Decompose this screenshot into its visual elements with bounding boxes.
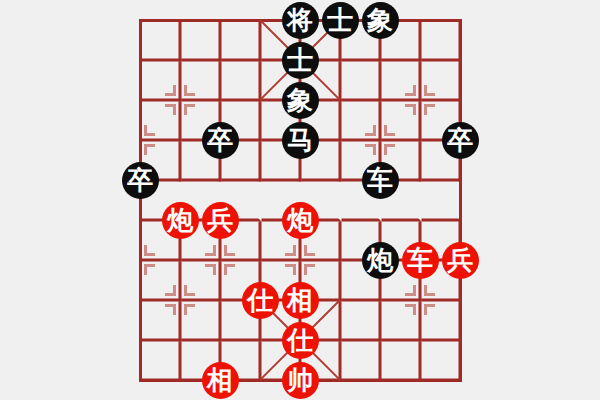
cannon-point-marker [184, 85, 195, 96]
black-pawn-glyph: 卒 [207, 122, 233, 159]
red-elephant[interactable]: 相 [282, 282, 319, 319]
pawn-point-marker [144, 144, 155, 155]
cannon-point-marker [165, 104, 176, 115]
pawn-point-marker [304, 264, 315, 275]
black-pawn[interactable]: 卒 [442, 122, 479, 159]
red-advisor[interactable]: 仕 [282, 322, 319, 359]
black-advisor-glyph: 士 [287, 42, 313, 79]
red-pawn[interactable]: 兵 [202, 202, 239, 239]
cannon-point-marker [405, 285, 416, 296]
red-advisor[interactable]: 仕 [242, 282, 279, 319]
black-elephant-glyph: 象 [287, 82, 313, 119]
pawn-point-marker [144, 264, 155, 275]
black-advisor[interactable]: 士 [282, 42, 319, 79]
xiangqi-board-screenshot: 将士象士象马卒卒卒车炮炮兵炮车兵仕相仕相帅 [0, 0, 600, 400]
board-cell [222, 62, 262, 102]
board-cell [182, 22, 222, 62]
pawn-point-marker [384, 125, 395, 136]
cannon-point-marker [165, 285, 176, 296]
board-cell [382, 342, 422, 382]
cannon-point-marker [405, 104, 416, 115]
black-pawn-glyph: 卒 [127, 162, 153, 199]
board-cell [422, 342, 462, 382]
board-cell [422, 182, 462, 222]
board-cell [422, 22, 462, 62]
cannon-point-marker [405, 304, 416, 315]
board-cell [142, 22, 182, 62]
red-cannon[interactable]: 炮 [162, 202, 199, 239]
cannon-point-marker [424, 104, 435, 115]
black-pawn[interactable]: 卒 [122, 162, 159, 199]
black-pawn-glyph: 卒 [447, 122, 473, 159]
black-pawn[interactable]: 卒 [202, 122, 239, 159]
black-elephant[interactable]: 象 [282, 82, 319, 119]
red-cannon-glyph: 炮 [287, 202, 313, 239]
red-chariot[interactable]: 车 [402, 242, 439, 279]
pawn-point-marker [144, 245, 155, 256]
black-advisor-glyph: 士 [327, 2, 353, 39]
black-elephant-glyph: 象 [367, 2, 393, 39]
black-chariot[interactable]: 车 [362, 162, 399, 199]
red-pawn-glyph: 兵 [207, 202, 233, 239]
black-general-glyph: 将 [287, 2, 313, 39]
red-elephant-glyph: 相 [287, 282, 313, 319]
red-cannon[interactable]: 炮 [282, 202, 319, 239]
black-general[interactable]: 将 [282, 2, 319, 39]
red-general-glyph: 帅 [287, 362, 313, 399]
board-cell [342, 302, 382, 342]
cannon-point-marker [405, 85, 416, 96]
pawn-point-marker [365, 125, 376, 136]
red-pawn[interactable]: 兵 [442, 242, 479, 279]
pawn-point-marker [224, 264, 235, 275]
pawn-point-marker [144, 125, 155, 136]
red-elephant[interactable]: 相 [202, 362, 239, 399]
cannon-point-marker [184, 304, 195, 315]
board-cell [342, 62, 382, 102]
cannon-point-marker [424, 304, 435, 315]
pawn-point-marker [285, 264, 296, 275]
red-advisor-glyph: 仕 [287, 322, 313, 359]
cannon-point-marker [184, 285, 195, 296]
pawn-point-marker [384, 144, 395, 155]
pawn-point-marker [224, 245, 235, 256]
board-border-right [459, 19, 462, 382]
pawn-point-marker [365, 144, 376, 155]
board-cell [222, 22, 262, 62]
red-general[interactable]: 帅 [282, 362, 319, 399]
board-cell [142, 342, 182, 382]
red-elephant-glyph: 相 [207, 362, 233, 399]
pawn-point-marker [285, 245, 296, 256]
red-pawn-glyph: 兵 [447, 242, 473, 279]
cannon-point-marker [165, 85, 176, 96]
black-horse[interactable]: 马 [282, 122, 319, 159]
pawn-point-marker [304, 245, 315, 256]
black-chariot-glyph: 车 [367, 162, 393, 199]
board-border-left [139, 19, 142, 382]
black-cannon-glyph: 炮 [367, 242, 393, 279]
board-cell [342, 342, 382, 382]
black-advisor[interactable]: 士 [322, 2, 359, 39]
pawn-point-marker [205, 245, 216, 256]
black-elephant[interactable]: 象 [362, 2, 399, 39]
cannon-point-marker [424, 85, 435, 96]
cannon-point-marker [424, 285, 435, 296]
black-horse-glyph: 马 [287, 122, 313, 159]
red-cannon-glyph: 炮 [167, 202, 193, 239]
cannon-point-marker [184, 104, 195, 115]
red-chariot-glyph: 车 [407, 242, 433, 279]
black-cannon[interactable]: 炮 [362, 242, 399, 279]
pawn-point-marker [205, 264, 216, 275]
cannon-point-marker [165, 304, 176, 315]
red-advisor-glyph: 仕 [247, 282, 273, 319]
